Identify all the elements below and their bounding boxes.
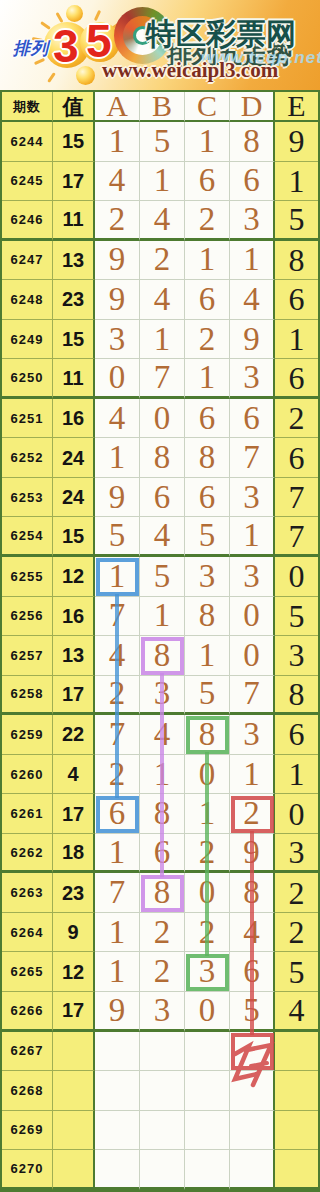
digit-cell-e: 5 bbox=[275, 597, 318, 637]
digit-cell-c: 2 bbox=[185, 913, 230, 953]
digit-cell-c: 5 bbox=[185, 676, 230, 716]
digit-cell-b bbox=[140, 1071, 185, 1111]
digit-cell-a: 1 bbox=[95, 952, 140, 992]
period-cell: 6244 bbox=[2, 122, 53, 162]
period-cell: 6252 bbox=[2, 438, 53, 478]
site-banner: 排列 3 5 排列五走势 www.tcqp.net 特区彩票网 www.weic… bbox=[0, 0, 320, 90]
sum-cell: 9 bbox=[53, 913, 95, 953]
digit-cell-c bbox=[185, 1150, 230, 1190]
digit-cell-d: 0 bbox=[230, 597, 275, 637]
digit-cell-d: 4 bbox=[230, 913, 275, 953]
digit-cell-c: 5 bbox=[185, 517, 230, 557]
digit-cell-c bbox=[185, 1111, 230, 1151]
digit-cell-b: 3 bbox=[140, 992, 185, 1032]
digit-cell-c: 1 bbox=[185, 122, 230, 162]
watermark-url: www.weicaipl3.com bbox=[102, 58, 278, 83]
period-cell: 6269 bbox=[2, 1111, 53, 1151]
column-header-b: B bbox=[140, 92, 185, 122]
digit-cell-b: 4 bbox=[140, 715, 185, 755]
digit-cell-b bbox=[140, 1032, 185, 1072]
digit-cell-d: 0 bbox=[230, 636, 275, 676]
period-cell: 6254 bbox=[2, 517, 53, 557]
digit-cell-a bbox=[95, 1111, 140, 1151]
period-cell: 6245 bbox=[2, 162, 53, 202]
digit-cell-b: 8 bbox=[140, 873, 185, 913]
digit-cell-b: 1 bbox=[140, 320, 185, 360]
sum-cell: 16 bbox=[53, 399, 95, 439]
digit-cell-b: 6 bbox=[140, 834, 185, 874]
digit-cell-e: 3 bbox=[275, 636, 318, 676]
sum-cell bbox=[53, 1032, 95, 1072]
sum-cell bbox=[53, 1071, 95, 1111]
digit-cell-e: 7 bbox=[275, 478, 318, 518]
sum-cell: 18 bbox=[53, 834, 95, 874]
sum-cell: 12 bbox=[53, 557, 95, 597]
digit-cell-a: 9 bbox=[95, 280, 140, 320]
digit-cell-a: 4 bbox=[95, 636, 140, 676]
digit-cell-d bbox=[230, 1032, 275, 1072]
column-header-period: 期数 bbox=[2, 92, 53, 122]
digit-cell-b: 1 bbox=[140, 162, 185, 202]
period-cell: 6265 bbox=[2, 952, 53, 992]
trend-chart-table: 期数 值 A B C D E 6244151518962451741661624… bbox=[0, 90, 320, 1192]
digit-cell-a: 1 bbox=[95, 834, 140, 874]
digit-cell-d: 2 bbox=[230, 794, 275, 834]
period-cell: 6253 bbox=[2, 478, 53, 518]
digit-cell-e: 2 bbox=[275, 913, 318, 953]
digit-cell-e: 6 bbox=[275, 280, 318, 320]
digit-cell-e: 5 bbox=[275, 952, 318, 992]
sum-cell bbox=[53, 1111, 95, 1151]
digit-cell-a: 1 bbox=[95, 122, 140, 162]
digit-cell-c: 8 bbox=[185, 438, 230, 478]
column-header-c: C bbox=[185, 92, 230, 122]
digit-cell-e: 1 bbox=[275, 162, 318, 202]
period-cell: 6261 bbox=[2, 794, 53, 834]
digit-cell-a: 3 bbox=[95, 320, 140, 360]
digit-cell-d: 7 bbox=[230, 438, 275, 478]
digit-cell-b: 8 bbox=[140, 438, 185, 478]
digit-cell-b: 2 bbox=[140, 241, 185, 281]
digit-cell-b: 4 bbox=[140, 280, 185, 320]
digit-cell-d: 8 bbox=[230, 873, 275, 913]
sum-cell: 15 bbox=[53, 517, 95, 557]
digit-cell-d: 3 bbox=[230, 201, 275, 241]
watermark-site-name: 特区彩票网 bbox=[146, 14, 296, 55]
sum-cell: 17 bbox=[53, 162, 95, 202]
digit-cell-b: 2 bbox=[140, 952, 185, 992]
digit-cell-c: 0 bbox=[185, 873, 230, 913]
digit-cell-e: 7 bbox=[275, 517, 318, 557]
sum-cell bbox=[53, 1150, 95, 1190]
digit-cell-a: 4 bbox=[95, 162, 140, 202]
digit-cell-d: 8 bbox=[230, 122, 275, 162]
digit-cell-a: 7 bbox=[95, 873, 140, 913]
digit-cell-d: 9 bbox=[230, 320, 275, 360]
digit-cell-a: 6 bbox=[95, 794, 140, 834]
digit-cell-d: 4 bbox=[230, 280, 275, 320]
period-cell: 6263 bbox=[2, 873, 53, 913]
digit-cell-c: 1 bbox=[185, 359, 230, 399]
digit-cell-e: 8 bbox=[275, 241, 318, 281]
sum-cell: 24 bbox=[53, 438, 95, 478]
period-cell: 6248 bbox=[2, 280, 53, 320]
digit-cell-d bbox=[230, 1111, 275, 1151]
sum-cell: 23 bbox=[53, 873, 95, 913]
digit-cell-a bbox=[95, 1071, 140, 1111]
digit-cell-a: 1 bbox=[95, 438, 140, 478]
digit-cell-e: 6 bbox=[275, 715, 318, 755]
digit-cell-e bbox=[275, 1032, 318, 1072]
digit-cell-a: 9 bbox=[95, 992, 140, 1032]
digit-cell-a: 1 bbox=[95, 557, 140, 597]
sum-cell: 13 bbox=[53, 636, 95, 676]
digit-cell-c: 2 bbox=[185, 320, 230, 360]
digit-cell-c: 3 bbox=[185, 952, 230, 992]
digit-cell-a: 7 bbox=[95, 597, 140, 637]
digit-cell-c: 2 bbox=[185, 834, 230, 874]
digit-cell-c: 1 bbox=[185, 636, 230, 676]
digit-cell-e: 2 bbox=[275, 399, 318, 439]
sun-ray-icon bbox=[47, 72, 56, 83]
digit-cell-c: 6 bbox=[185, 399, 230, 439]
digit-cell-d: 3 bbox=[230, 478, 275, 518]
digit-cell-e: 2 bbox=[275, 873, 318, 913]
digit-cell-d: 3 bbox=[230, 715, 275, 755]
digit-cell-d: 3 bbox=[230, 359, 275, 399]
digit-cell-e bbox=[275, 1071, 318, 1111]
sum-cell: 17 bbox=[53, 676, 95, 716]
period-cell: 6266 bbox=[2, 992, 53, 1032]
period-cell: 6249 bbox=[2, 320, 53, 360]
digit-cell-e: 4 bbox=[275, 992, 318, 1032]
digit-cell-b: 4 bbox=[140, 201, 185, 241]
sum-cell: 23 bbox=[53, 280, 95, 320]
period-cell: 6256 bbox=[2, 597, 53, 637]
digit-cell-d: 1 bbox=[230, 241, 275, 281]
digit-cell-a: 2 bbox=[95, 755, 140, 795]
digit-cell-e: 0 bbox=[275, 794, 318, 834]
digit-cell-a: 2 bbox=[95, 676, 140, 716]
digit-cell-b bbox=[140, 1111, 185, 1151]
digit-cell-c: 6 bbox=[185, 162, 230, 202]
digit-cell-b: 5 bbox=[140, 557, 185, 597]
lottery-grid: 期数 值 A B C D E 6244151518962451741661624… bbox=[2, 92, 318, 1190]
digit-cell-e: 1 bbox=[275, 755, 318, 795]
period-cell: 6270 bbox=[2, 1150, 53, 1190]
digit-cell-e: 3 bbox=[275, 834, 318, 874]
sum-cell: 4 bbox=[53, 755, 95, 795]
digit-cell-c: 6 bbox=[185, 280, 230, 320]
digit-cell-d: 1 bbox=[230, 755, 275, 795]
column-header-a: A bbox=[95, 92, 140, 122]
digit-cell-b: 2 bbox=[140, 913, 185, 953]
digit-cell-d: 3 bbox=[230, 557, 275, 597]
digit-cell-e bbox=[275, 1111, 318, 1151]
sum-cell: 15 bbox=[53, 122, 95, 162]
sum-cell: 13 bbox=[53, 241, 95, 281]
digit-cell-d: 6 bbox=[230, 952, 275, 992]
period-cell: 6251 bbox=[2, 399, 53, 439]
period-cell: 6258 bbox=[2, 676, 53, 716]
period-cell: 6257 bbox=[2, 636, 53, 676]
digit-cell-d: 9 bbox=[230, 834, 275, 874]
digit-cell-b: 3 bbox=[140, 676, 185, 716]
period-cell: 6247 bbox=[2, 241, 53, 281]
period-cell: 6246 bbox=[2, 201, 53, 241]
logo-pailie-text: 排列 bbox=[13, 37, 49, 60]
digit-cell-c bbox=[185, 1032, 230, 1072]
digit-cell-b: 6 bbox=[140, 478, 185, 518]
sum-cell: 12 bbox=[53, 952, 95, 992]
column-header-d: D bbox=[230, 92, 275, 122]
digit-cell-c: 1 bbox=[185, 794, 230, 834]
digit-cell-b: 8 bbox=[140, 636, 185, 676]
digit-cell-e: 5 bbox=[275, 201, 318, 241]
sum-cell: 17 bbox=[53, 992, 95, 1032]
digit-cell-a: 2 bbox=[95, 201, 140, 241]
digit-cell-b: 7 bbox=[140, 359, 185, 399]
period-cell: 6250 bbox=[2, 359, 53, 399]
digit-cell-c: 8 bbox=[185, 597, 230, 637]
sum-cell: 11 bbox=[53, 359, 95, 399]
digit-cell-e: 9 bbox=[275, 122, 318, 162]
digit-cell-e: 6 bbox=[275, 438, 318, 478]
logo-digit-3: 3 bbox=[53, 23, 79, 69]
digit-cell-a: 9 bbox=[95, 478, 140, 518]
digit-cell-a: 7 bbox=[95, 715, 140, 755]
digit-cell-c: 6 bbox=[185, 478, 230, 518]
period-cell: 6260 bbox=[2, 755, 53, 795]
digit-cell-c: 3 bbox=[185, 557, 230, 597]
digit-cell-b bbox=[140, 1150, 185, 1190]
sum-cell: 15 bbox=[53, 320, 95, 360]
period-cell: 6268 bbox=[2, 1071, 53, 1111]
period-cell: 6267 bbox=[2, 1032, 53, 1072]
sum-cell: 22 bbox=[53, 715, 95, 755]
sum-cell: 24 bbox=[53, 478, 95, 518]
digit-cell-a bbox=[95, 1032, 140, 1072]
digit-cell-b: 1 bbox=[140, 755, 185, 795]
digit-cell-d bbox=[230, 1150, 275, 1190]
digit-cell-a: 9 bbox=[95, 241, 140, 281]
digit-cell-d: 5 bbox=[230, 992, 275, 1032]
sum-cell: 16 bbox=[53, 597, 95, 637]
sum-cell: 17 bbox=[53, 794, 95, 834]
column-header-sum: 值 bbox=[53, 92, 95, 122]
digit-cell-d: 7 bbox=[230, 676, 275, 716]
sum-cell: 11 bbox=[53, 201, 95, 241]
digit-cell-b: 8 bbox=[140, 794, 185, 834]
digit-cell-c: 0 bbox=[185, 992, 230, 1032]
digit-cell-a bbox=[95, 1150, 140, 1190]
digit-cell-c bbox=[185, 1071, 230, 1111]
digit-cell-e: 0 bbox=[275, 557, 318, 597]
digit-cell-a: 4 bbox=[95, 399, 140, 439]
digit-cell-e: 8 bbox=[275, 676, 318, 716]
digit-cell-c: 2 bbox=[185, 201, 230, 241]
digit-cell-b: 5 bbox=[140, 122, 185, 162]
period-cell: 6262 bbox=[2, 834, 53, 874]
digit-cell-c: 8 bbox=[185, 715, 230, 755]
digit-cell-b: 4 bbox=[140, 517, 185, 557]
digit-cell-e bbox=[275, 1150, 318, 1190]
digit-cell-b: 1 bbox=[140, 597, 185, 637]
digit-cell-e: 6 bbox=[275, 359, 318, 399]
period-cell: 6259 bbox=[2, 715, 53, 755]
digit-cell-e: 1 bbox=[275, 320, 318, 360]
digit-cell-a: 5 bbox=[95, 517, 140, 557]
period-cell: 6264 bbox=[2, 913, 53, 953]
digit-cell-c: 0 bbox=[185, 755, 230, 795]
digit-cell-c: 1 bbox=[185, 241, 230, 281]
column-header-e: E bbox=[275, 92, 318, 122]
digit-cell-a: 0 bbox=[95, 359, 140, 399]
digit-cell-d bbox=[230, 1071, 275, 1111]
digit-cell-d: 6 bbox=[230, 162, 275, 202]
digit-cell-a: 1 bbox=[95, 913, 140, 953]
digit-cell-b: 0 bbox=[140, 399, 185, 439]
digit-cell-d: 1 bbox=[230, 517, 275, 557]
period-cell: 6255 bbox=[2, 557, 53, 597]
digit-cell-d: 6 bbox=[230, 399, 275, 439]
